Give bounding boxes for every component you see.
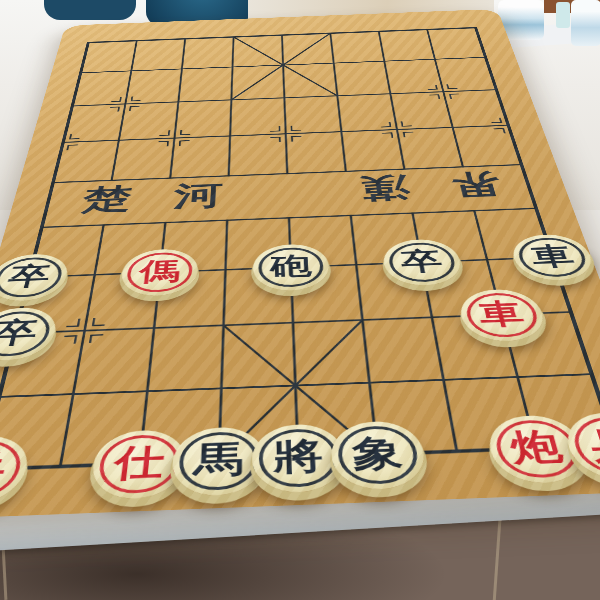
piece-black-elephant[interactable]: 象 xyxy=(329,420,428,491)
glass-item xyxy=(556,2,570,28)
photo-scene: 楚 河 漢 界 SY 卒傌砲卒車卒車兵仕馬將象炮兵 xyxy=(0,0,600,600)
piece-character: 車 xyxy=(476,299,527,328)
piece-black-cannon[interactable]: 砲 xyxy=(253,243,331,292)
piece-character: 兵 xyxy=(0,449,10,488)
xiangqi-board-mat: 楚 河 漢 界 SY 卒傌砲卒車卒車兵仕馬將象炮兵 xyxy=(0,9,600,520)
piece-black-soldier-c[interactable]: 卒 xyxy=(0,306,61,361)
milk-can-right xyxy=(571,0,600,46)
piece-character: 馬 xyxy=(193,440,244,478)
piece-red-horse[interactable]: 傌 xyxy=(119,248,200,297)
piece-character: 仕 xyxy=(112,443,166,482)
piece-character: 將 xyxy=(273,437,324,475)
piece-character: 象 xyxy=(351,434,405,472)
piece-black-soldier-a[interactable]: 卒 xyxy=(0,253,72,302)
piece-character: 兵 xyxy=(584,425,600,463)
piece-black-soldier-b[interactable]: 卒 xyxy=(381,238,465,287)
pieces-layer: 卒傌砲卒車卒車兵仕馬將象炮兵 xyxy=(0,13,600,512)
piece-red-chariot[interactable]: 車 xyxy=(456,288,550,342)
piece-black-horse[interactable]: 馬 xyxy=(170,426,265,497)
piece-character: 卒 xyxy=(0,317,40,347)
piece-character: 車 xyxy=(528,243,577,269)
piece-character: 砲 xyxy=(270,253,312,279)
chair-back-small xyxy=(44,0,136,20)
piece-red-soldier-a[interactable]: 兵 xyxy=(0,435,34,507)
piece-character: 傌 xyxy=(138,258,182,284)
piece-character: 卒 xyxy=(5,263,52,290)
piece-character: 炮 xyxy=(507,428,566,466)
piece-character: 卒 xyxy=(399,248,445,274)
